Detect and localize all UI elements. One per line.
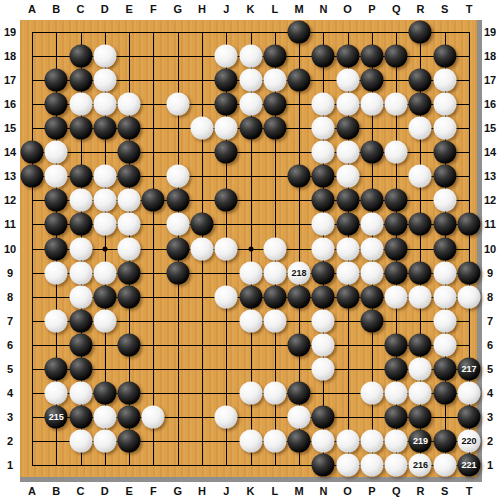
black-stone-m19[interactable] — [288, 21, 311, 44]
black-stone-n3[interactable] — [312, 405, 335, 428]
black-stone-p18[interactable] — [360, 45, 383, 68]
white-stone-p4[interactable] — [360, 381, 383, 404]
black-stone-m8[interactable] — [288, 285, 311, 308]
black-stone-d4[interactable] — [93, 381, 116, 404]
black-stone-l18[interactable] — [263, 45, 286, 68]
white-stone-l4[interactable] — [263, 381, 286, 404]
white-stone-d13[interactable] — [93, 165, 116, 188]
row-label: 8 — [487, 291, 493, 302]
row-label: 18 — [484, 51, 496, 62]
black-stone-b5[interactable] — [45, 357, 68, 380]
black-stone-d8[interactable] — [93, 285, 116, 308]
white-stone-n5[interactable] — [312, 357, 335, 380]
row-label: 15 — [4, 123, 16, 134]
column-label: L — [271, 486, 278, 497]
black-stone-q5[interactable] — [385, 357, 408, 380]
white-stone-q16[interactable] — [385, 93, 408, 116]
white-stone-l7[interactable] — [263, 309, 286, 332]
row-label: 7 — [7, 315, 13, 326]
black-stone-t9[interactable] — [458, 261, 481, 284]
row-label: 3 — [487, 411, 493, 422]
black-stone-j16[interactable] — [215, 93, 238, 116]
white-stone-g13[interactable] — [166, 165, 189, 188]
star-point — [248, 246, 253, 251]
white-stone-c2[interactable] — [69, 430, 92, 453]
column-label: A — [28, 4, 36, 15]
black-stone-j12[interactable] — [215, 189, 238, 212]
star-point — [102, 246, 107, 251]
white-stone-c8[interactable] — [69, 285, 92, 308]
black-stone-l8[interactable] — [263, 285, 286, 308]
white-stone-e10[interactable] — [118, 237, 141, 260]
white-stone-m3[interactable] — [288, 405, 311, 428]
white-stone-p2[interactable] — [360, 430, 383, 453]
black-stone-c7[interactable] — [69, 309, 92, 332]
white-stone-k9[interactable] — [239, 261, 262, 284]
white-stone-n10[interactable] — [312, 237, 335, 260]
column-label: P — [368, 486, 375, 497]
black-stone-c15[interactable] — [69, 117, 92, 140]
black-stone-q9[interactable] — [385, 261, 408, 284]
black-stone-e4[interactable] — [118, 381, 141, 404]
black-stone-r3[interactable] — [409, 405, 432, 428]
column-label: E — [125, 486, 132, 497]
white-stone-s16[interactable] — [433, 93, 456, 116]
white-stone-l2[interactable] — [263, 430, 286, 453]
column-label: Q — [392, 4, 401, 15]
white-stone-s1[interactable] — [433, 454, 456, 477]
white-stone-s8[interactable] — [433, 285, 456, 308]
move-number: 218 — [292, 268, 307, 277]
black-stone-b3[interactable]: 215 — [45, 405, 68, 428]
black-stone-b10[interactable] — [45, 237, 68, 260]
white-stone-d16[interactable] — [93, 93, 116, 116]
column-label: C — [77, 4, 85, 15]
black-stone-r9[interactable] — [409, 261, 432, 284]
row-label: 5 — [487, 363, 493, 374]
row-label: 9 — [7, 267, 13, 278]
white-stone-e16[interactable] — [118, 93, 141, 116]
black-stone-n13[interactable] — [312, 165, 335, 188]
white-stone-c16[interactable] — [69, 93, 92, 116]
black-stone-m4[interactable] — [288, 381, 311, 404]
white-stone-k4[interactable] — [239, 381, 262, 404]
column-label: G — [173, 4, 182, 15]
move-number: 217 — [462, 364, 477, 373]
white-stone-b7[interactable] — [45, 309, 68, 332]
column-label: D — [101, 486, 109, 497]
black-stone-n1[interactable] — [312, 454, 335, 477]
white-stone-n11[interactable] — [312, 213, 335, 236]
black-stone-n8[interactable] — [312, 285, 335, 308]
black-stone-m2[interactable] — [288, 430, 311, 453]
black-stone-r11[interactable] — [409, 213, 432, 236]
white-stone-t2[interactable]: 220 — [458, 430, 481, 453]
white-stone-p10[interactable] — [360, 237, 383, 260]
black-stone-p8[interactable] — [360, 285, 383, 308]
white-stone-s15[interactable] — [433, 117, 456, 140]
black-stone-q10[interactable] — [385, 237, 408, 260]
row-label: 12 — [4, 195, 16, 206]
column-label: O — [343, 486, 352, 497]
white-stone-c10[interactable] — [69, 237, 92, 260]
row-label: 17 — [4, 75, 16, 86]
white-stone-q2[interactable] — [385, 430, 408, 453]
black-stone-e8[interactable] — [118, 285, 141, 308]
white-stone-n15[interactable] — [312, 117, 335, 140]
column-label: J — [223, 486, 229, 497]
row-label: 2 — [487, 436, 493, 447]
row-label: 8 — [7, 291, 13, 302]
white-stone-n2[interactable] — [312, 430, 335, 453]
row-label: 15 — [484, 123, 496, 134]
black-stone-c6[interactable] — [69, 333, 92, 356]
row-label: 7 — [487, 315, 493, 326]
black-stone-m6[interactable] — [288, 333, 311, 356]
column-label: H — [198, 4, 206, 15]
black-stone-g9[interactable] — [166, 261, 189, 284]
white-stone-b9[interactable] — [45, 261, 68, 284]
column-label: S — [441, 4, 448, 15]
black-stone-b17[interactable] — [45, 69, 68, 92]
white-stone-o10[interactable] — [336, 237, 359, 260]
column-label: C — [77, 486, 85, 497]
black-stone-r2[interactable]: 219 — [409, 430, 432, 453]
white-stone-n6[interactable] — [312, 333, 335, 356]
white-stone-m9[interactable]: 218 — [288, 261, 311, 284]
black-stone-e6[interactable] — [118, 333, 141, 356]
row-label: 17 — [484, 75, 496, 86]
black-stone-c11[interactable] — [69, 213, 92, 236]
white-stone-j8[interactable] — [215, 285, 238, 308]
move-number: 221 — [462, 461, 477, 470]
black-stone-t5[interactable]: 217 — [458, 357, 481, 380]
black-stone-k15[interactable] — [239, 117, 262, 140]
column-label: P — [368, 4, 375, 15]
column-label: G — [173, 486, 182, 497]
white-stone-t8[interactable] — [458, 285, 481, 308]
white-stone-g11[interactable] — [166, 213, 189, 236]
row-label: 19 — [484, 27, 496, 38]
column-label: J — [223, 4, 229, 15]
black-stone-a14[interactable] — [21, 141, 44, 164]
row-label: 18 — [4, 51, 16, 62]
column-label: B — [52, 486, 60, 497]
column-label: L — [271, 4, 278, 15]
black-stone-r16[interactable] — [409, 93, 432, 116]
white-stone-d17[interactable] — [93, 69, 116, 92]
row-label: 10 — [484, 243, 496, 254]
move-number: 215 — [49, 412, 64, 421]
black-stone-p12[interactable] — [360, 189, 383, 212]
row-label: 16 — [4, 99, 16, 110]
black-stone-o8[interactable] — [336, 285, 359, 308]
column-label: F — [150, 4, 157, 15]
black-stone-t1[interactable]: 221 — [458, 454, 481, 477]
row-label: 6 — [487, 339, 493, 350]
white-stone-q4[interactable] — [385, 381, 408, 404]
white-stone-d9[interactable] — [93, 261, 116, 284]
black-stone-s14[interactable] — [433, 141, 456, 164]
black-stone-g10[interactable] — [166, 237, 189, 260]
row-label: 13 — [484, 171, 496, 182]
white-stone-f3[interactable] — [142, 405, 165, 428]
black-stone-m13[interactable] — [288, 165, 311, 188]
white-stone-r15[interactable] — [409, 117, 432, 140]
white-stone-g16[interactable] — [166, 93, 189, 116]
go-game-screenshot: ABCDEFGHJKLMNOPQRST ABCDEFGHJKLMNOPQRST … — [0, 0, 500, 500]
white-stone-o17[interactable] — [336, 69, 359, 92]
white-stone-p16[interactable] — [360, 93, 383, 116]
black-stone-r19[interactable] — [409, 21, 432, 44]
white-stone-o13[interactable] — [336, 165, 359, 188]
white-stone-o9[interactable] — [336, 261, 359, 284]
black-stone-l16[interactable] — [263, 93, 286, 116]
white-stone-k17[interactable] — [239, 69, 262, 92]
black-stone-o15[interactable] — [336, 117, 359, 140]
black-stone-a13[interactable] — [21, 165, 44, 188]
row-label: 14 — [4, 147, 16, 158]
black-stone-s10[interactable] — [433, 237, 456, 260]
row-label: 1 — [7, 460, 13, 471]
white-stone-l10[interactable] — [263, 237, 286, 260]
black-stone-b11[interactable] — [45, 213, 68, 236]
white-stone-b4[interactable] — [45, 381, 68, 404]
white-stone-k7[interactable] — [239, 309, 262, 332]
row-label: 3 — [7, 411, 13, 422]
white-stone-n7[interactable] — [312, 309, 335, 332]
row-label: 4 — [487, 387, 493, 398]
black-stone-j14[interactable] — [215, 141, 238, 164]
white-stone-s17[interactable] — [433, 69, 456, 92]
black-stone-e15[interactable] — [118, 117, 141, 140]
white-stone-q1[interactable] — [385, 454, 408, 477]
row-label: 2 — [7, 436, 13, 447]
row-label: 19 — [4, 27, 16, 38]
white-stone-j10[interactable] — [215, 237, 238, 260]
column-label: B — [52, 4, 60, 15]
column-label: A — [28, 486, 36, 497]
row-label: 6 — [7, 339, 13, 350]
column-label: S — [441, 486, 448, 497]
white-stone-s12[interactable] — [433, 189, 456, 212]
black-stone-c18[interactable] — [69, 45, 92, 68]
row-label: 10 — [4, 243, 16, 254]
black-stone-e9[interactable] — [118, 261, 141, 284]
white-stone-j15[interactable] — [215, 117, 238, 140]
white-stone-r13[interactable] — [409, 165, 432, 188]
white-stone-n14[interactable] — [312, 141, 335, 164]
row-label: 9 — [487, 267, 493, 278]
white-stone-e12[interactable] — [118, 189, 141, 212]
row-label: 12 — [484, 195, 496, 206]
black-stone-f12[interactable] — [142, 189, 165, 212]
white-stone-p1[interactable] — [360, 454, 383, 477]
white-stone-d7[interactable] — [93, 309, 116, 332]
black-stone-r6[interactable] — [409, 333, 432, 356]
white-stone-o1[interactable] — [336, 454, 359, 477]
white-stone-d12[interactable] — [93, 189, 116, 212]
white-stone-h15[interactable] — [190, 117, 213, 140]
row-label: 13 — [4, 171, 16, 182]
white-stone-k16[interactable] — [239, 93, 262, 116]
black-stone-t11[interactable] — [458, 213, 481, 236]
black-stone-n18[interactable] — [312, 45, 335, 68]
black-stone-r17[interactable] — [409, 69, 432, 92]
white-stone-j18[interactable] — [215, 45, 238, 68]
column-label: F — [150, 486, 157, 497]
column-label: N — [319, 486, 327, 497]
column-label: D — [101, 4, 109, 15]
white-stone-s7[interactable] — [433, 309, 456, 332]
column-label: E — [125, 4, 132, 15]
black-stone-p17[interactable] — [360, 69, 383, 92]
black-stone-o11[interactable] — [336, 213, 359, 236]
move-number: 220 — [462, 437, 477, 446]
black-stone-d15[interactable] — [93, 117, 116, 140]
black-stone-s11[interactable] — [433, 213, 456, 236]
row-label: 1 — [487, 460, 493, 471]
black-stone-p7[interactable] — [360, 309, 383, 332]
black-stone-e2[interactable] — [118, 430, 141, 453]
black-stone-s4[interactable] — [433, 381, 456, 404]
white-stone-k2[interactable] — [239, 430, 262, 453]
white-stone-t4[interactable] — [458, 381, 481, 404]
move-number: 216 — [413, 461, 428, 470]
column-label: T — [466, 486, 473, 497]
white-stone-h10[interactable] — [190, 237, 213, 260]
black-stone-k8[interactable] — [239, 285, 262, 308]
black-stone-h11[interactable] — [190, 213, 213, 236]
black-stone-p14[interactable] — [360, 141, 383, 164]
white-stone-l17[interactable] — [263, 69, 286, 92]
white-stone-r1[interactable]: 216 — [409, 454, 432, 477]
column-label: R — [416, 4, 424, 15]
row-label: 11 — [484, 219, 496, 230]
black-stone-m17[interactable] — [288, 69, 311, 92]
black-stone-s18[interactable] — [433, 45, 456, 68]
black-stone-q6[interactable] — [385, 333, 408, 356]
white-stone-d2[interactable] — [93, 430, 116, 453]
column-label: T — [466, 4, 473, 15]
white-stone-n16[interactable] — [312, 93, 335, 116]
row-label: 14 — [484, 147, 496, 158]
column-label: Q — [392, 486, 401, 497]
white-stone-s6[interactable] — [433, 333, 456, 356]
black-stone-q3[interactable] — [385, 405, 408, 428]
move-number: 219 — [413, 437, 428, 446]
black-stone-c3[interactable] — [69, 405, 92, 428]
white-stone-l9[interactable] — [263, 261, 286, 284]
white-stone-c9[interactable] — [69, 261, 92, 284]
white-stone-q8[interactable] — [385, 285, 408, 308]
white-stone-c12[interactable] — [69, 189, 92, 212]
black-stone-e3[interactable] — [118, 405, 141, 428]
black-stone-q11[interactable] — [385, 213, 408, 236]
white-stone-o14[interactable] — [336, 141, 359, 164]
black-stone-j17[interactable] — [215, 69, 238, 92]
black-stone-t3[interactable] — [458, 405, 481, 428]
row-label: 11 — [4, 219, 16, 230]
column-label: K — [247, 4, 255, 15]
column-label: M — [294, 486, 303, 497]
white-stone-d18[interactable] — [93, 45, 116, 68]
column-label: O — [343, 4, 352, 15]
black-stone-c13[interactable] — [69, 165, 92, 188]
black-stone-e14[interactable] — [118, 141, 141, 164]
white-stone-q14[interactable] — [385, 141, 408, 164]
black-stone-s5[interactable] — [433, 357, 456, 380]
black-stone-b16[interactable] — [45, 93, 68, 116]
white-stone-d3[interactable] — [93, 405, 116, 428]
row-label: 5 — [7, 363, 13, 374]
white-stone-p11[interactable] — [360, 213, 383, 236]
column-label: K — [247, 486, 255, 497]
black-stone-c5[interactable] — [69, 357, 92, 380]
column-label: H — [198, 486, 206, 497]
black-stone-o18[interactable] — [336, 45, 359, 68]
black-stone-n9[interactable] — [312, 261, 335, 284]
black-stone-g12[interactable] — [166, 189, 189, 212]
row-label: 4 — [7, 387, 13, 398]
white-stone-b14[interactable] — [45, 141, 68, 164]
column-label: R — [416, 486, 424, 497]
row-label: 16 — [484, 99, 496, 110]
white-stone-j3[interactable] — [215, 405, 238, 428]
white-stone-r5[interactable] — [409, 357, 432, 380]
column-label: N — [319, 4, 327, 15]
black-stone-o12[interactable] — [336, 189, 359, 212]
white-stone-e11[interactable] — [118, 213, 141, 236]
white-stone-s9[interactable] — [433, 261, 456, 284]
black-stone-s2[interactable] — [433, 430, 456, 453]
black-stone-c17[interactable] — [69, 69, 92, 92]
black-stone-b15[interactable] — [45, 117, 68, 140]
column-label: M — [294, 4, 303, 15]
black-stone-q18[interactable] — [385, 45, 408, 68]
white-stone-r4[interactable] — [409, 381, 432, 404]
white-stone-o16[interactable] — [336, 93, 359, 116]
white-stone-o2[interactable] — [336, 430, 359, 453]
black-stone-b12[interactable] — [45, 189, 68, 212]
white-stone-p9[interactable] — [360, 261, 383, 284]
white-stone-d11[interactable] — [93, 213, 116, 236]
black-stone-s13[interactable] — [433, 165, 456, 188]
white-stone-k18[interactable] — [239, 45, 262, 68]
black-stone-q12[interactable] — [385, 189, 408, 212]
black-stone-l15[interactable] — [263, 117, 286, 140]
white-stone-b13[interactable] — [45, 165, 68, 188]
black-stone-n12[interactable] — [312, 189, 335, 212]
white-stone-r8[interactable] — [409, 285, 432, 308]
white-stone-c4[interactable] — [69, 381, 92, 404]
black-stone-e13[interactable] — [118, 165, 141, 188]
